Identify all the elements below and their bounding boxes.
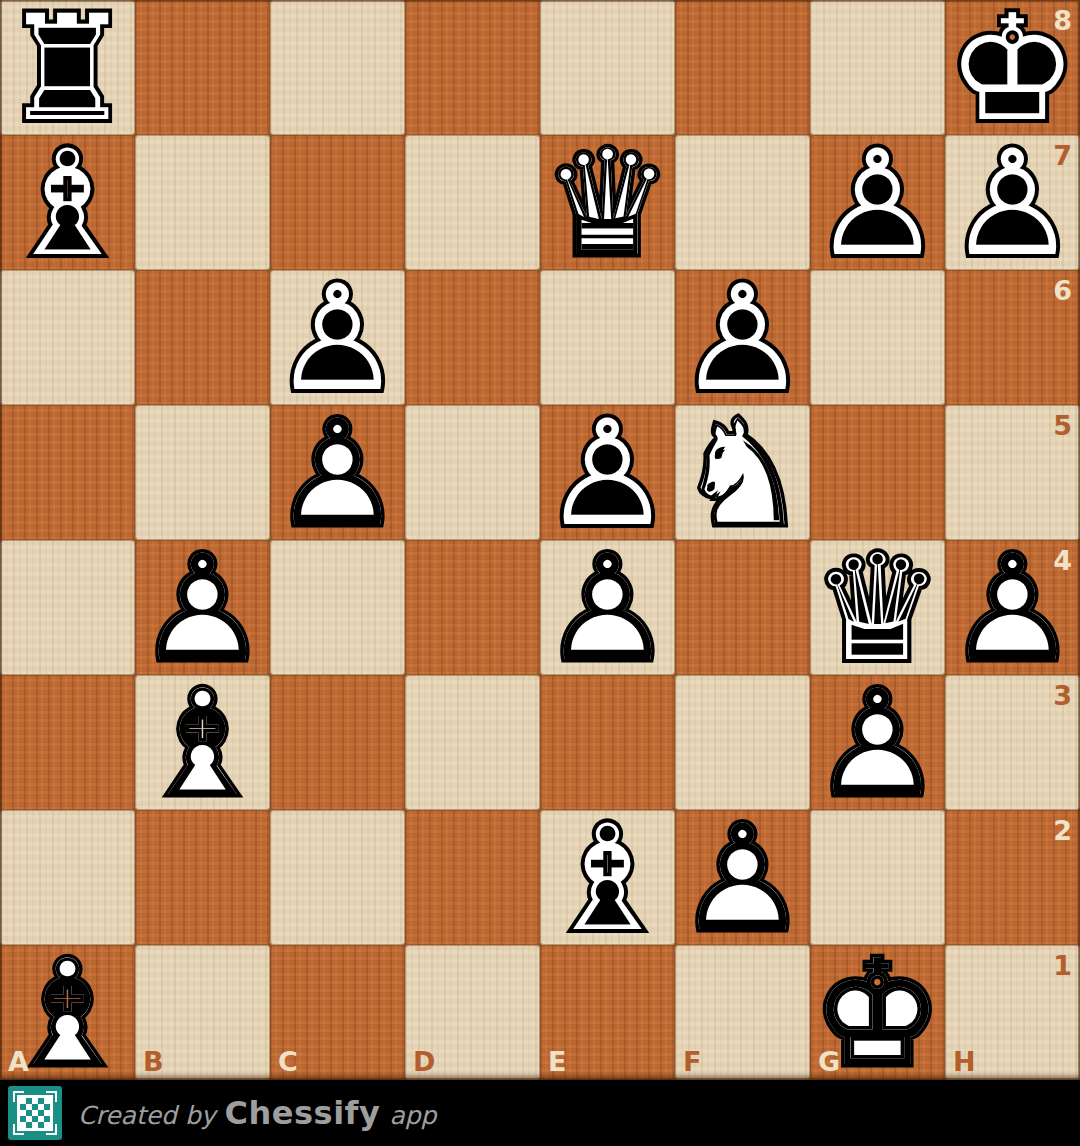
square-f3[interactable] [675, 675, 810, 810]
file-label-e: E [548, 1048, 566, 1075]
square-g8[interactable] [810, 0, 945, 135]
square-a8[interactable]: ♜♖ [0, 0, 135, 135]
black-queen-g4: ♛♕ [810, 540, 945, 675]
rank-label-6: 6 [1053, 277, 1072, 304]
square-g7[interactable]: ♟♙ [810, 135, 945, 270]
footer-created-by-text: Created by [78, 1101, 216, 1130]
rank-label-4: 4 [1053, 547, 1072, 574]
black-bishop-e2: ♝♗ [540, 810, 675, 945]
square-f6[interactable]: ♟♙ [675, 270, 810, 405]
rank-label-8: 8 [1053, 7, 1072, 34]
square-a3[interactable] [0, 675, 135, 810]
square-b5[interactable] [135, 405, 270, 540]
square-f4[interactable] [675, 540, 810, 675]
square-d4[interactable] [405, 540, 540, 675]
square-h5[interactable]: 5 [945, 405, 1080, 540]
square-d2[interactable] [405, 810, 540, 945]
square-b3[interactable]: ♝♗ [135, 675, 270, 810]
rank-label-5: 5 [1053, 412, 1072, 439]
logo-checkerboard-icon [17, 1095, 53, 1131]
file-label-c: C [278, 1048, 298, 1075]
file-label-f: F [683, 1048, 701, 1075]
footer-brand-text: Chessify [225, 1094, 381, 1132]
white-pawn-f2: ♟♙ [675, 810, 810, 945]
square-e1[interactable]: E [540, 945, 675, 1080]
file-label-g: G [818, 1048, 840, 1075]
square-e8[interactable] [540, 0, 675, 135]
square-h2[interactable]: 2 [945, 810, 1080, 945]
square-h3[interactable]: 3 [945, 675, 1080, 810]
square-b8[interactable] [135, 0, 270, 135]
square-g6[interactable] [810, 270, 945, 405]
square-g5[interactable] [810, 405, 945, 540]
square-b2[interactable] [135, 810, 270, 945]
square-b1[interactable]: B [135, 945, 270, 1080]
square-a2[interactable] [0, 810, 135, 945]
square-d6[interactable] [405, 270, 540, 405]
square-h7[interactable]: ♟♙7 [945, 135, 1080, 270]
chessify-logo-icon [8, 1086, 62, 1140]
black-pawn-g7: ♟♙ [810, 135, 945, 270]
file-label-d: D [413, 1048, 435, 1075]
square-e7[interactable]: ♛♕ [540, 135, 675, 270]
square-c5[interactable]: ♟♙ [270, 405, 405, 540]
rank-label-1: 1 [1053, 952, 1072, 979]
footer-credit: Created by Chessify app [78, 1094, 436, 1132]
chess-board: ♜♖♚♔8♝♗♛♕♟♙♟♙7♟♙♟♙6♟♙♟♙♞♘5♟♙♟♙♛♕♟♙4♝♗♟♙3… [0, 0, 1080, 1080]
square-c2[interactable] [270, 810, 405, 945]
square-c8[interactable] [270, 0, 405, 135]
square-f1[interactable]: F [675, 945, 810, 1080]
square-d8[interactable] [405, 0, 540, 135]
square-e6[interactable] [540, 270, 675, 405]
square-f7[interactable] [675, 135, 810, 270]
square-g1[interactable]: ♚♔G [810, 945, 945, 1080]
square-f2[interactable]: ♟♙ [675, 810, 810, 945]
square-g2[interactable] [810, 810, 945, 945]
white-bishop-b3: ♝♗ [135, 675, 270, 810]
square-c1[interactable]: C [270, 945, 405, 1080]
rank-label-2: 2 [1053, 817, 1072, 844]
square-d3[interactable] [405, 675, 540, 810]
white-pawn-b4: ♟♙ [135, 540, 270, 675]
black-rook-a8: ♜♖ [0, 0, 135, 135]
square-d1[interactable]: D [405, 945, 540, 1080]
square-c3[interactable] [270, 675, 405, 810]
square-h8[interactable]: ♚♔8 [945, 0, 1080, 135]
file-label-b: B [143, 1048, 164, 1075]
black-pawn-e5: ♟♙ [540, 405, 675, 540]
square-b6[interactable] [135, 270, 270, 405]
rank-label-7: 7 [1053, 142, 1072, 169]
square-c6[interactable]: ♟♙ [270, 270, 405, 405]
square-h4[interactable]: ♟♙4 [945, 540, 1080, 675]
square-d7[interactable] [405, 135, 540, 270]
white-pawn-c5: ♟♙ [270, 405, 405, 540]
rank-label-3: 3 [1053, 682, 1072, 709]
file-label-h: H [953, 1048, 976, 1075]
square-h1[interactable]: 1H [945, 945, 1080, 1080]
square-f5[interactable]: ♞♘ [675, 405, 810, 540]
white-pawn-g3: ♟♙ [810, 675, 945, 810]
square-e2[interactable]: ♝♗ [540, 810, 675, 945]
square-a7[interactable]: ♝♗ [0, 135, 135, 270]
footer-app-text: app [389, 1101, 436, 1130]
square-a4[interactable] [0, 540, 135, 675]
square-d5[interactable] [405, 405, 540, 540]
square-b4[interactable]: ♟♙ [135, 540, 270, 675]
square-b7[interactable] [135, 135, 270, 270]
white-pawn-e4: ♟♙ [540, 540, 675, 675]
white-queen-e7: ♛♕ [540, 135, 675, 270]
white-knight-f5: ♞♘ [675, 405, 810, 540]
square-g3[interactable]: ♟♙ [810, 675, 945, 810]
black-bishop-a7: ♝♗ [0, 135, 135, 270]
square-a5[interactable] [0, 405, 135, 540]
square-a6[interactable] [0, 270, 135, 405]
square-e4[interactable]: ♟♙ [540, 540, 675, 675]
black-pawn-c6: ♟♙ [270, 270, 405, 405]
file-label-a: A [8, 1048, 29, 1075]
square-g4[interactable]: ♛♕ [810, 540, 945, 675]
square-c7[interactable] [270, 135, 405, 270]
black-pawn-f6: ♟♙ [675, 270, 810, 405]
page: ♜♖♚♔8♝♗♛♕♟♙♟♙7♟♙♟♙6♟♙♟♙♞♘5♟♙♟♙♛♕♟♙4♝♗♟♙3… [0, 0, 1080, 1146]
square-e3[interactable] [540, 675, 675, 810]
square-a1[interactable]: ♝♗A [0, 945, 135, 1080]
square-e5[interactable]: ♟♙ [540, 405, 675, 540]
square-f8[interactable] [675, 0, 810, 135]
square-c4[interactable] [270, 540, 405, 675]
square-h6[interactable]: 6 [945, 270, 1080, 405]
